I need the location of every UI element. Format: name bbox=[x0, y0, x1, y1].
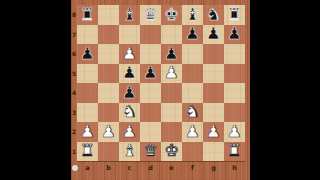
square-h3[interactable] bbox=[224, 103, 245, 123]
square-a7[interactable] bbox=[77, 25, 98, 45]
square-c4[interactable]: ♟ bbox=[119, 83, 140, 103]
square-b8[interactable] bbox=[98, 5, 119, 25]
square-e4[interactable] bbox=[161, 83, 182, 103]
square-b4[interactable] bbox=[98, 83, 119, 103]
black-knight[interactable]: ♞ bbox=[206, 6, 221, 23]
rank-label-7: 7 bbox=[71, 25, 77, 45]
black-bishop[interactable]: ♝ bbox=[122, 6, 137, 23]
square-d1[interactable]: ♛ bbox=[140, 142, 161, 162]
square-b5[interactable] bbox=[98, 64, 119, 84]
black-queen[interactable]: ♛ bbox=[143, 6, 158, 23]
square-g5[interactable] bbox=[203, 64, 224, 84]
square-h5[interactable] bbox=[224, 64, 245, 84]
white-pawn[interactable]: ♟ bbox=[80, 123, 95, 140]
square-a1[interactable]: ♜ bbox=[77, 142, 98, 162]
square-c8[interactable]: ♝ bbox=[119, 5, 140, 25]
square-h1[interactable]: ♜ bbox=[224, 142, 245, 162]
file-label-c: c bbox=[119, 162, 140, 175]
file-label-d: d bbox=[140, 162, 161, 175]
white-pawn[interactable]: ♟ bbox=[227, 123, 242, 140]
square-h6[interactable] bbox=[224, 44, 245, 64]
square-h4[interactable] bbox=[224, 83, 245, 103]
square-a6[interactable]: ♟ bbox=[77, 44, 98, 64]
white-pawn[interactable]: ♟ bbox=[122, 45, 137, 62]
rank-labels: 87654321 bbox=[71, 5, 77, 161]
rank-label-4: 4 bbox=[71, 83, 77, 103]
square-g8[interactable]: ♞ bbox=[203, 5, 224, 25]
black-pawn[interactable]: ♟ bbox=[80, 45, 95, 62]
square-d5[interactable]: ♟ bbox=[140, 64, 161, 84]
square-d3[interactable] bbox=[140, 103, 161, 123]
square-g6[interactable] bbox=[203, 44, 224, 64]
letterbox-left bbox=[0, 0, 71, 180]
white-knight[interactable]: ♞ bbox=[185, 104, 200, 121]
file-label-e: e bbox=[161, 162, 182, 175]
square-f3[interactable]: ♞ bbox=[182, 103, 203, 123]
square-c3[interactable]: ♞ bbox=[119, 103, 140, 123]
square-d6[interactable] bbox=[140, 44, 161, 64]
square-f4[interactable] bbox=[182, 83, 203, 103]
black-pawn[interactable]: ♟ bbox=[227, 26, 242, 43]
square-g2[interactable]: ♟ bbox=[203, 122, 224, 142]
square-a3[interactable] bbox=[77, 103, 98, 123]
black-pawn[interactable]: ♟ bbox=[206, 26, 221, 43]
file-label-g: g bbox=[203, 162, 224, 175]
black-pawn[interactable]: ♟ bbox=[122, 65, 137, 82]
square-h8[interactable]: ♜ bbox=[224, 5, 245, 25]
white-rook[interactable]: ♜ bbox=[80, 143, 95, 160]
black-rook[interactable]: ♜ bbox=[227, 6, 242, 23]
square-c6[interactable]: ♟ bbox=[119, 44, 140, 64]
white-bishop[interactable]: ♝ bbox=[122, 143, 137, 160]
file-label-f: f bbox=[182, 162, 203, 175]
square-e1[interactable]: ♚ bbox=[161, 142, 182, 162]
square-e3[interactable] bbox=[161, 103, 182, 123]
square-d8[interactable]: ♛ bbox=[140, 5, 161, 25]
black-pawn[interactable]: ♟ bbox=[122, 84, 137, 101]
square-f1[interactable] bbox=[182, 142, 203, 162]
board-squares: ♜♝♛♚♝♞♜♟♟♟♟♟♟♟♟♟♟♞♞♟♟♟♟♟♟♜♝♛♚♜ bbox=[77, 5, 245, 161]
square-e7[interactable] bbox=[161, 25, 182, 45]
square-f7[interactable]: ♟ bbox=[182, 25, 203, 45]
square-b3[interactable] bbox=[98, 103, 119, 123]
file-label-b: b bbox=[98, 162, 119, 175]
square-f6[interactable] bbox=[182, 44, 203, 64]
square-e5[interactable]: ♟ bbox=[161, 64, 182, 84]
square-b2[interactable]: ♟ bbox=[98, 122, 119, 142]
square-b6[interactable] bbox=[98, 44, 119, 64]
chess-board: 87654321 ♜♝♛♚♝♞♜♟♟♟♟♟♟♟♟♟♟♞♞♟♟♟♟♟♟♜♝♛♚♜ … bbox=[71, 0, 250, 180]
square-g4[interactable] bbox=[203, 83, 224, 103]
video-frame: 87654321 ♜♝♛♚♝♞♜♟♟♟♟♟♟♟♟♟♟♞♞♟♟♟♟♟♟♜♝♛♚♜ … bbox=[0, 0, 320, 180]
black-pawn[interactable]: ♟ bbox=[143, 65, 158, 82]
square-b1[interactable] bbox=[98, 142, 119, 162]
black-rook[interactable]: ♜ bbox=[80, 6, 95, 23]
square-d7[interactable] bbox=[140, 25, 161, 45]
square-f5[interactable] bbox=[182, 64, 203, 84]
black-king[interactable]: ♚ bbox=[164, 6, 179, 23]
white-pawn[interactable]: ♟ bbox=[164, 65, 179, 82]
square-f8[interactable]: ♝ bbox=[182, 5, 203, 25]
square-b7[interactable] bbox=[98, 25, 119, 45]
square-d2[interactable] bbox=[140, 122, 161, 142]
white-pawn[interactable]: ♟ bbox=[122, 123, 137, 140]
black-bishop[interactable]: ♝ bbox=[185, 6, 200, 23]
rank-label-8: 8 bbox=[71, 5, 77, 25]
white-pawn[interactable]: ♟ bbox=[101, 123, 116, 140]
rank-label-5: 5 bbox=[71, 64, 77, 84]
square-c2[interactable]: ♟ bbox=[119, 122, 140, 142]
white-pawn[interactable]: ♟ bbox=[185, 123, 200, 140]
corner-dot bbox=[72, 165, 78, 171]
square-c7[interactable] bbox=[119, 25, 140, 45]
square-a5[interactable] bbox=[77, 64, 98, 84]
file-label-a: a bbox=[77, 162, 98, 175]
square-e6[interactable]: ♟ bbox=[161, 44, 182, 64]
file-label-h: h bbox=[224, 162, 245, 175]
square-g1[interactable] bbox=[203, 142, 224, 162]
square-c5[interactable]: ♟ bbox=[119, 64, 140, 84]
square-f2[interactable]: ♟ bbox=[182, 122, 203, 142]
square-h7[interactable]: ♟ bbox=[224, 25, 245, 45]
white-rook[interactable]: ♜ bbox=[227, 143, 242, 160]
square-g7[interactable]: ♟ bbox=[203, 25, 224, 45]
rank-label-6: 6 bbox=[71, 44, 77, 64]
square-a8[interactable]: ♜ bbox=[77, 5, 98, 25]
letterbox-right bbox=[250, 0, 320, 180]
square-h2[interactable]: ♟ bbox=[224, 122, 245, 142]
square-c1[interactable]: ♝ bbox=[119, 142, 140, 162]
black-pawn[interactable]: ♟ bbox=[164, 45, 179, 62]
rank-label-2: 2 bbox=[71, 122, 77, 142]
square-d4[interactable] bbox=[140, 83, 161, 103]
square-a2[interactable]: ♟ bbox=[77, 122, 98, 142]
file-labels: abcdefgh bbox=[77, 161, 245, 175]
square-g3[interactable] bbox=[203, 103, 224, 123]
white-king[interactable]: ♚ bbox=[164, 143, 179, 160]
white-knight[interactable]: ♞ bbox=[122, 104, 137, 121]
square-e8[interactable]: ♚ bbox=[161, 5, 182, 25]
rank-label-3: 3 bbox=[71, 103, 77, 123]
white-pawn[interactable]: ♟ bbox=[206, 123, 221, 140]
square-e2[interactable] bbox=[161, 122, 182, 142]
rank-label-1: 1 bbox=[71, 142, 77, 162]
white-queen[interactable]: ♛ bbox=[143, 143, 158, 160]
square-a4[interactable] bbox=[77, 83, 98, 103]
black-pawn[interactable]: ♟ bbox=[185, 26, 200, 43]
